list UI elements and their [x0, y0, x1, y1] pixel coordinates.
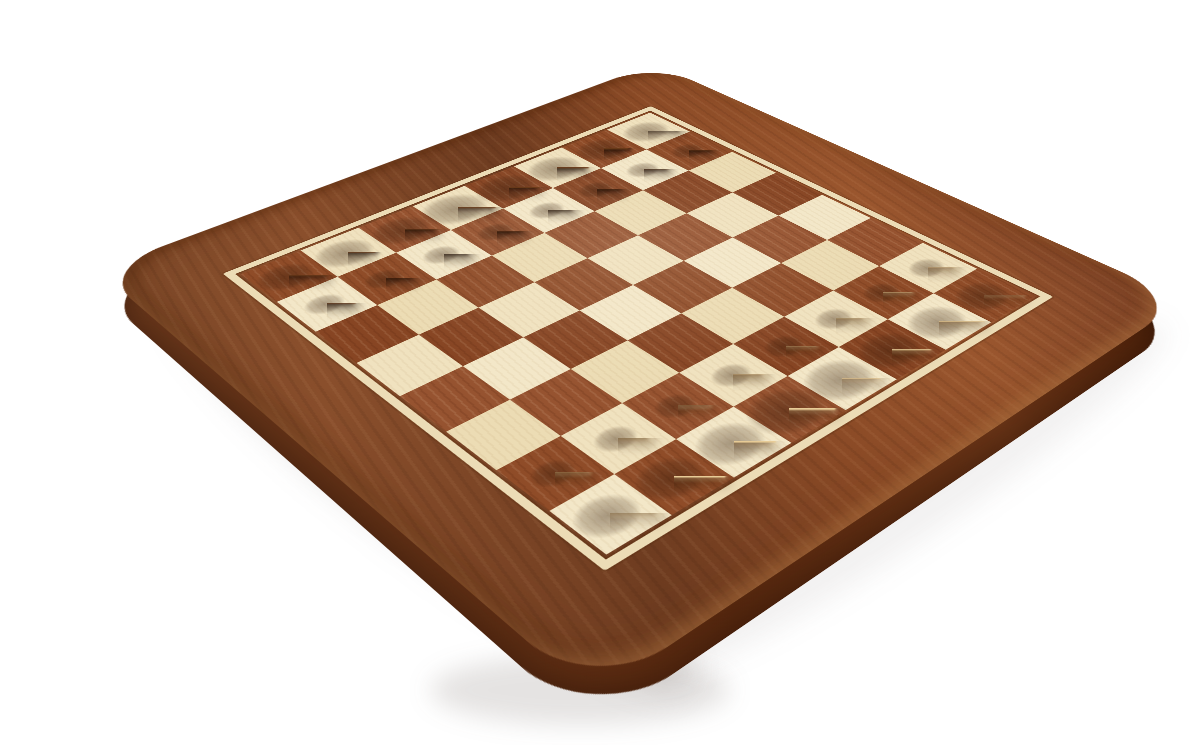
chess-set-photo: ♜♞♝♛♚♝♞♜♟♟♟♟♟♟♟♟♟♟♟♟♟♟♟♟♜♞♝♛♚♝♞♜ — [0, 0, 1200, 745]
chess-board: ♜♞♝♛♚♝♞♜♟♟♟♟♟♟♟♟♟♟♟♟♟♟♟♟♜♞♝♛♚♝♞♜ — [98, 64, 1186, 698]
